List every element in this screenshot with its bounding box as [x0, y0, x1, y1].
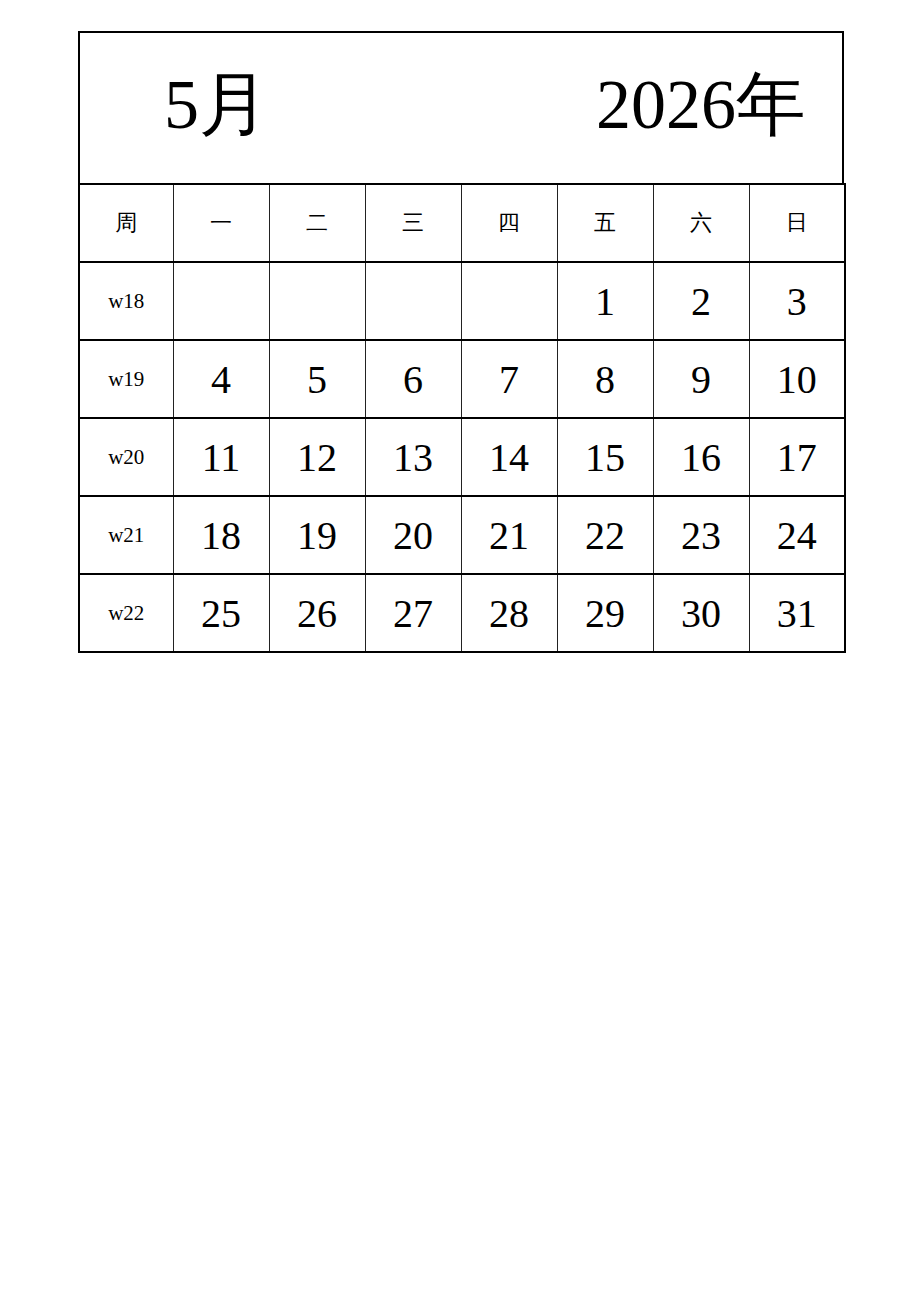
empty-day-cell — [269, 262, 365, 340]
day-cell: 29 — [557, 574, 653, 652]
day-cell: 28 — [461, 574, 557, 652]
day-cell: 13 — [365, 418, 461, 496]
day-cell: 23 — [653, 496, 749, 574]
day-cell: 1 — [557, 262, 653, 340]
weekday-tue: 二 — [269, 184, 365, 262]
day-cell: 2 — [653, 262, 749, 340]
day-cell: 6 — [365, 340, 461, 418]
day-cell: 25 — [173, 574, 269, 652]
weekday-sun: 日 — [749, 184, 845, 262]
day-cell: 5 — [269, 340, 365, 418]
week-row-w22: w22 25 26 27 28 29 30 31 — [79, 574, 845, 652]
day-cell: 18 — [173, 496, 269, 574]
calendar-title-box: 5月 2026年 — [78, 31, 844, 185]
day-cell: 31 — [749, 574, 845, 652]
weekday-wed: 三 — [365, 184, 461, 262]
week-column-header: 周 — [79, 184, 173, 262]
day-cell: 12 — [269, 418, 365, 496]
day-cell: 30 — [653, 574, 749, 652]
week-row-w19: w19 4 5 6 7 8 9 10 — [79, 340, 845, 418]
year-title: 2026年 — [596, 70, 806, 140]
day-cell: 17 — [749, 418, 845, 496]
week-row-w18: w18 1 2 3 — [79, 262, 845, 340]
day-cell: 4 — [173, 340, 269, 418]
week-row-w21: w21 18 19 20 21 22 23 24 — [79, 496, 845, 574]
day-cell: 26 — [269, 574, 365, 652]
day-cell: 20 — [365, 496, 461, 574]
weekday-header-row: 周 一 二 三 四 五 六 日 — [79, 184, 845, 262]
day-cell: 15 — [557, 418, 653, 496]
month-title: 5月 — [164, 70, 269, 140]
weekday-thu: 四 — [461, 184, 557, 262]
weekday-fri: 五 — [557, 184, 653, 262]
day-cell: 27 — [365, 574, 461, 652]
day-cell: 16 — [653, 418, 749, 496]
week-row-w20: w20 11 12 13 14 15 16 17 — [79, 418, 845, 496]
day-cell: 3 — [749, 262, 845, 340]
day-cell: 9 — [653, 340, 749, 418]
day-cell: 24 — [749, 496, 845, 574]
weekday-mon: 一 — [173, 184, 269, 262]
day-cell: 14 — [461, 418, 557, 496]
calendar-table: 周 一 二 三 四 五 六 日 w18 1 2 3 w19 — [78, 183, 846, 653]
day-cell: 10 — [749, 340, 845, 418]
empty-day-cell — [365, 262, 461, 340]
week-number-label: w19 — [79, 340, 173, 418]
day-cell: 8 — [557, 340, 653, 418]
day-cell: 21 — [461, 496, 557, 574]
week-number-label: w18 — [79, 262, 173, 340]
day-cell: 22 — [557, 496, 653, 574]
day-cell: 11 — [173, 418, 269, 496]
empty-day-cell — [173, 262, 269, 340]
day-cell: 7 — [461, 340, 557, 418]
calendar-page: 5月 2026年 周 一 二 三 四 五 六 日 w18 — [78, 31, 844, 653]
week-number-label: w20 — [79, 418, 173, 496]
week-number-label: w21 — [79, 496, 173, 574]
weekday-sat: 六 — [653, 184, 749, 262]
empty-day-cell — [461, 262, 557, 340]
week-number-label: w22 — [79, 574, 173, 652]
day-cell: 19 — [269, 496, 365, 574]
